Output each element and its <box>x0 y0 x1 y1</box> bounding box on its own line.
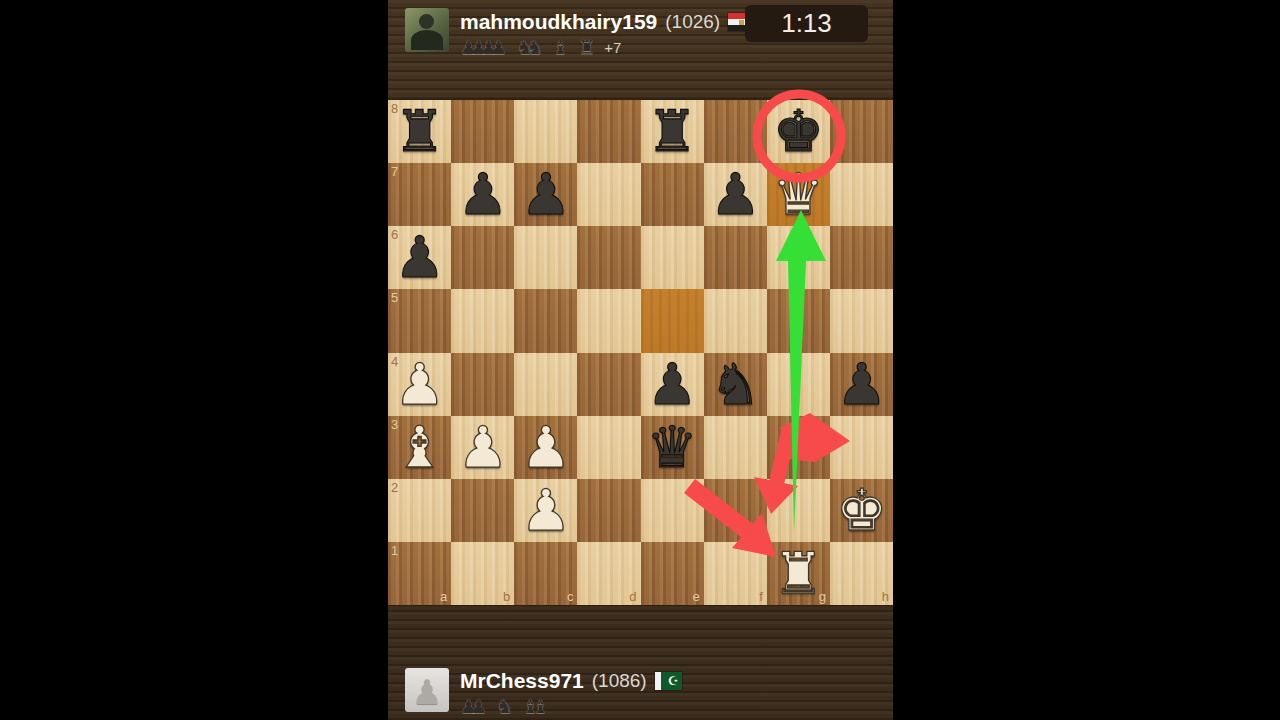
square-b7[interactable]: ♟ <box>451 163 514 226</box>
square-f4[interactable]: ♞ <box>704 353 767 416</box>
top-player-rating: (1026) <box>665 11 720 33</box>
piece-black-pawn[interactable]: ♟ <box>394 226 445 289</box>
square-d8[interactable] <box>577 100 640 163</box>
square-g4[interactable] <box>767 353 830 416</box>
captured-group: ♝ <box>552 36 569 58</box>
top-player-name[interactable]: mahmoudkhairy159 <box>460 10 657 34</box>
piece-black-pawn[interactable]: ♟ <box>520 163 571 226</box>
piece-black-pawn[interactable]: ♟ <box>457 163 508 226</box>
piece-black-knight[interactable]: ♞ <box>710 353 761 416</box>
piece-black-king[interactable]: ♚ <box>773 100 824 163</box>
bottom-player-rating: (1086) <box>592 670 647 692</box>
square-h7[interactable] <box>830 163 893 226</box>
file-label: b <box>503 590 510 603</box>
square-e2[interactable] <box>641 479 704 542</box>
top-player-bar: mahmoudkhairy159 (1026) ♟♟♟♟♞♞♝♜ +7 1:13 <box>388 0 893 100</box>
square-c6[interactable] <box>514 226 577 289</box>
bottom-player-avatar[interactable]: ♟ <box>405 668 449 712</box>
square-a8[interactable]: 8♜ <box>388 100 451 163</box>
top-player-avatar[interactable] <box>405 8 449 52</box>
square-a1[interactable]: 1a <box>388 542 451 605</box>
rank-label: 1 <box>391 544 398 557</box>
piece-black-pawn[interactable]: ♟ <box>647 353 698 416</box>
captured-group: ♝♝ <box>522 695 549 717</box>
bottom-captured-row: ♟♟♞♝♝ <box>460 695 549 717</box>
game-column: mahmoudkhairy159 (1026) ♟♟♟♟♞♞♝♜ +7 1:13… <box>388 0 893 720</box>
square-b8[interactable] <box>451 100 514 163</box>
square-g6[interactable] <box>767 226 830 289</box>
rank-label: 4 <box>391 355 398 368</box>
square-h8[interactable] <box>830 100 893 163</box>
piece-black-rook[interactable]: ♜ <box>394 100 445 163</box>
file-label: d <box>629 590 636 603</box>
square-g2[interactable] <box>767 479 830 542</box>
piece-white-rook[interactable]: ♜ <box>773 542 824 605</box>
square-b5[interactable] <box>451 289 514 352</box>
square-h6[interactable] <box>830 226 893 289</box>
rank-label: 7 <box>391 165 398 178</box>
piece-white-pawn[interactable]: ♟ <box>457 416 508 479</box>
square-b1[interactable]: b <box>451 542 514 605</box>
square-f6[interactable] <box>704 226 767 289</box>
piece-white-queen[interactable]: ♛ <box>773 163 824 226</box>
piece-white-pawn[interactable]: ♟ <box>394 353 445 416</box>
rank-label: 3 <box>391 418 398 431</box>
pawn-avatar-icon: ♟ <box>405 670 449 712</box>
piece-white-king[interactable]: ♚ <box>836 479 887 542</box>
square-b4[interactable] <box>451 353 514 416</box>
square-h3[interactable] <box>830 416 893 479</box>
top-captured-row: ♟♟♟♟♞♞♝♜ +7 <box>460 36 621 58</box>
square-b6[interactable] <box>451 226 514 289</box>
square-h4[interactable]: ♟ <box>830 353 893 416</box>
square-c2[interactable]: ♟ <box>514 479 577 542</box>
rank-label: 5 <box>391 291 398 304</box>
square-d4[interactable] <box>577 353 640 416</box>
square-g3[interactable] <box>767 416 830 479</box>
rank-label: 8 <box>391 102 398 115</box>
square-h5[interactable] <box>830 289 893 352</box>
file-label: g <box>819 590 826 603</box>
file-label: f <box>759 590 763 603</box>
square-d1[interactable]: d <box>577 542 640 605</box>
square-c4[interactable] <box>514 353 577 416</box>
square-e1[interactable]: e <box>641 542 704 605</box>
square-d3[interactable] <box>577 416 640 479</box>
square-d7[interactable] <box>577 163 640 226</box>
square-c5[interactable] <box>514 289 577 352</box>
bottom-captured-pieces: ♟♟♞♝♝ <box>460 695 549 717</box>
pakistan-flag-icon: ☪ <box>655 672 682 690</box>
square-f1[interactable]: f <box>704 542 767 605</box>
chess-board[interactable]: 8♜♜♚7♟♟♟♛6♟54♟♟♞♟3♝♟♟♛2♟♚1abcdefg♜h <box>388 100 893 605</box>
top-captured-pieces: ♟♟♟♟♞♞♝♜ <box>460 36 595 58</box>
avatar-person-icon <box>411 30 443 50</box>
square-h2[interactable]: ♚ <box>830 479 893 542</box>
square-f2[interactable] <box>704 479 767 542</box>
square-h1[interactable]: h <box>830 542 893 605</box>
piece-white-pawn[interactable]: ♟ <box>520 416 571 479</box>
square-c7[interactable]: ♟ <box>514 163 577 226</box>
piece-black-queen[interactable]: ♛ <box>647 416 698 479</box>
captured-group: ♞♞ <box>516 36 543 58</box>
square-a5[interactable]: 5 <box>388 289 451 352</box>
square-e4[interactable]: ♟ <box>641 353 704 416</box>
square-a3[interactable]: 3♝ <box>388 416 451 479</box>
captured-group: ♟♟♟♟ <box>460 36 507 58</box>
square-g7[interactable]: ♛ <box>767 163 830 226</box>
screenshot-stage: mahmoudkhairy159 (1026) ♟♟♟♟♞♞♝♜ +7 1:13… <box>0 0 1280 720</box>
square-f5[interactable] <box>704 289 767 352</box>
square-a4[interactable]: 4♟ <box>388 353 451 416</box>
square-g8[interactable]: ♚ <box>767 100 830 163</box>
file-label: c <box>567 590 574 603</box>
rank-label: 2 <box>391 481 398 494</box>
square-b3[interactable]: ♟ <box>451 416 514 479</box>
captured-group: ♜ <box>578 36 595 58</box>
square-g5[interactable] <box>767 289 830 352</box>
top-player-clock: 1:13 <box>745 5 868 42</box>
square-e8[interactable]: ♜ <box>641 100 704 163</box>
crescent-star-icon: ☪ <box>663 672 684 690</box>
piece-black-pawn[interactable]: ♟ <box>710 163 761 226</box>
egypt-eagle-icon <box>739 20 744 25</box>
square-e5[interactable] <box>641 289 704 352</box>
piece-black-rook[interactable]: ♜ <box>647 100 698 163</box>
square-b2[interactable] <box>451 479 514 542</box>
square-a7[interactable]: 7 <box>388 163 451 226</box>
avatar-person-icon <box>419 14 434 29</box>
bottom-player-bar: ♟ MrChess971 (1086) ☪ ♟♟♞♝♝ 5:23 <box>388 605 893 720</box>
square-c3[interactable]: ♟ <box>514 416 577 479</box>
square-e3[interactable]: ♛ <box>641 416 704 479</box>
square-c1[interactable]: c <box>514 542 577 605</box>
square-d5[interactable] <box>577 289 640 352</box>
file-label: h <box>882 590 889 603</box>
square-a2[interactable]: 2 <box>388 479 451 542</box>
square-g1[interactable]: g♜ <box>767 542 830 605</box>
square-e6[interactable] <box>641 226 704 289</box>
square-e7[interactable] <box>641 163 704 226</box>
material-advantage: +7 <box>604 39 621 56</box>
bottom-player-name[interactable]: MrChess971 <box>460 669 584 693</box>
captured-group: ♟♟ <box>460 695 487 717</box>
file-label: a <box>440 590 447 603</box>
square-a6[interactable]: 6♟ <box>388 226 451 289</box>
piece-white-bishop[interactable]: ♝ <box>394 416 445 479</box>
rank-label: 6 <box>391 228 398 241</box>
file-label: e <box>692 590 699 603</box>
square-f8[interactable] <box>704 100 767 163</box>
square-c8[interactable] <box>514 100 577 163</box>
captured-group: ♞ <box>496 695 513 717</box>
square-f3[interactable] <box>704 416 767 479</box>
square-d6[interactable] <box>577 226 640 289</box>
piece-white-pawn[interactable]: ♟ <box>520 479 571 542</box>
square-d2[interactable] <box>577 479 640 542</box>
piece-black-pawn[interactable]: ♟ <box>836 353 887 416</box>
square-f7[interactable]: ♟ <box>704 163 767 226</box>
